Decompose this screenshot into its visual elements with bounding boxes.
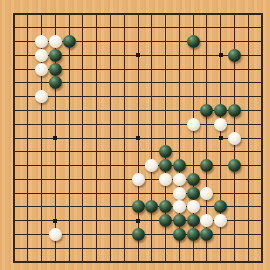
stone-black-E17[interactable] [63,35,76,48]
stone-white-N6[interactable] [173,187,186,200]
stone-white-D17[interactable] [49,35,62,48]
hoshi-point [136,219,140,223]
stone-black-D15[interactable] [49,63,62,76]
stone-white-Q11[interactable] [214,118,227,131]
grid-vertical-line [261,13,263,263]
stone-black-K3[interactable] [132,228,145,241]
go-board[interactable] [0,0,270,270]
hoshi-point [136,136,140,140]
hoshi-point [53,136,57,140]
grid-vertical-line [151,13,152,263]
stone-white-P6[interactable] [200,187,213,200]
stone-black-M8[interactable] [159,159,172,172]
stone-black-D16[interactable] [49,49,62,62]
stone-black-O3[interactable] [187,228,200,241]
stone-white-D3[interactable] [49,228,62,241]
stone-black-R16[interactable] [228,49,241,62]
grid-horizontal-line [13,193,263,194]
grid-horizontal-line [13,261,263,263]
stone-black-K5[interactable] [132,200,145,213]
stone-black-N4[interactable] [173,214,186,227]
stone-white-M7[interactable] [159,173,172,186]
stone-black-N8[interactable] [173,159,186,172]
stone-black-R8[interactable] [228,159,241,172]
stone-white-R10[interactable] [228,132,241,145]
stone-black-N3[interactable] [173,228,186,241]
hoshi-point [53,219,57,223]
stone-white-N7[interactable] [173,173,186,186]
grid-vertical-line [248,13,249,263]
stone-black-O6[interactable] [187,187,200,200]
stone-black-O17[interactable] [187,35,200,48]
stone-white-O5[interactable] [187,200,200,213]
hoshi-point [219,53,223,57]
stone-black-O4[interactable] [187,214,200,227]
grid-horizontal-line [13,248,263,249]
stone-white-C16[interactable] [35,49,48,62]
hoshi-point [219,136,223,140]
stone-black-Q12[interactable] [214,104,227,117]
grid-horizontal-line [13,151,263,152]
stone-white-O11[interactable] [187,118,200,131]
grid-horizontal-line [13,165,263,166]
stone-white-K7[interactable] [132,173,145,186]
stone-white-C15[interactable] [35,63,48,76]
hoshi-point [136,53,140,57]
stone-black-O7[interactable] [187,173,200,186]
stone-black-R12[interactable] [228,104,241,117]
stone-white-C17[interactable] [35,35,48,48]
